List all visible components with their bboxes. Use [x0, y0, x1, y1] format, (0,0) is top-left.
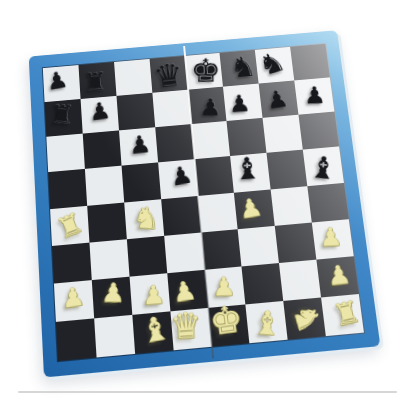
- piece-white-queen-d1: ♛: [170, 307, 203, 345]
- square-h3: ♟: [312, 219, 354, 260]
- square-a2: ♟: [54, 280, 94, 322]
- square-f7: ♟: [223, 84, 262, 122]
- piece-black-rook-a7: ♜: [49, 101, 76, 128]
- piece-black-pawn-e7: ♟: [199, 95, 221, 119]
- piece-black-pawn-a8: ♟: [45, 67, 70, 94]
- piece-white-pawn-b2: ♟: [101, 280, 125, 306]
- square-h4: [307, 182, 348, 222]
- square-d6: [155, 124, 194, 162]
- square-a5: [48, 169, 87, 208]
- square-g8: ♞: [255, 47, 294, 84]
- piece-white-pawn-e2: ♟: [212, 274, 236, 300]
- square-a6: [46, 134, 84, 173]
- piece-black-knight-g8: ♞: [254, 47, 288, 81]
- piece-black-pawn-c6: ♟: [128, 132, 152, 158]
- piece-white-pawn-d2: ♟: [171, 277, 198, 306]
- square-f8: ♞: [220, 50, 259, 87]
- square-c7: [116, 93, 155, 131]
- square-b3: [89, 239, 129, 280]
- piece-black-pawn-h7: ♟: [303, 83, 326, 107]
- square-e4: [198, 192, 238, 232]
- piece-white-bishop-c1: ♝: [138, 311, 172, 349]
- square-g1: ♞: [283, 297, 325, 339]
- square-b4: [87, 202, 127, 242]
- square-g7: ♟: [259, 81, 299, 118]
- square-a8: ♟: [43, 65, 81, 102]
- piece-black-pawn-f7: ♟: [227, 91, 251, 116]
- square-d8: ♛: [149, 56, 187, 93]
- chessboard-grid: ♟♜♛♚♞♞♜♟♟♟♟♟♟♟♝♝♜♞♟♟♟♟♟♟♟♟♝♛♚♝♞♜: [42, 43, 365, 362]
- square-h7: ♟: [294, 77, 334, 114]
- piece-black-king-e8: ♚: [191, 55, 221, 87]
- square-g2: [279, 259, 321, 300]
- piece-white-pawn-f4: ♟: [237, 194, 264, 222]
- piece-white-pawn-a2: ♟: [61, 283, 86, 312]
- piece-white-rook-h1: ♜: [330, 297, 363, 332]
- square-g4: [271, 186, 312, 226]
- square-c8: [114, 59, 152, 96]
- square-g6: [263, 115, 303, 153]
- piece-black-pawn-b7: ♟: [88, 98, 112, 124]
- piece-black-rook-b8: ♜: [83, 69, 108, 96]
- piece-white-bishop-f1: ♝: [252, 307, 282, 342]
- product-photo-stage: ♟♜♛♚♞♞♜♟♟♟♟♟♟♟♝♝♜♞♟♟♟♟♟♟♟♟♝♛♚♝♞♜: [0, 0, 416, 416]
- piece-white-rook-a4: ♜: [54, 208, 88, 244]
- square-c5: [121, 163, 160, 202]
- square-a4: ♜: [50, 205, 89, 245]
- page-divider-line: [18, 391, 397, 393]
- piece-black-bishop-f5: ♝: [232, 153, 262, 184]
- piece-white-pawn-h2: ♟: [325, 261, 351, 289]
- piece-white-knight-c4: ♞: [132, 202, 162, 234]
- square-h1: ♜: [321, 294, 364, 336]
- square-h2: ♟: [316, 256, 358, 297]
- square-a7: ♜: [45, 99, 83, 137]
- square-e7: ♟: [188, 87, 227, 125]
- square-h6: [299, 112, 339, 150]
- square-e3: [201, 229, 242, 270]
- piece-black-queen-d8: ♛: [152, 58, 186, 93]
- piece-black-pawn-g7: ♟: [264, 86, 290, 112]
- square-b5: [85, 166, 124, 205]
- square-f5: ♝: [230, 153, 270, 192]
- square-b7: ♟: [80, 96, 118, 134]
- piece-white-pawn-c2: ♟: [142, 282, 167, 310]
- square-h8: [290, 44, 330, 81]
- square-d3: [164, 232, 205, 273]
- square-d1: ♛: [170, 308, 212, 351]
- square-c6: ♟: [119, 128, 158, 167]
- square-e5: [194, 156, 234, 195]
- square-e6: [191, 121, 231, 159]
- square-c1: ♝: [132, 311, 173, 354]
- square-b6: [83, 131, 122, 170]
- piece-black-pawn-d5: ♟: [168, 162, 195, 190]
- square-e1: ♚: [208, 304, 250, 346]
- piece-black-knight-f8: ♞: [229, 52, 258, 81]
- piece-white-pawn-h3: ♟: [318, 224, 343, 250]
- square-a1: [56, 318, 97, 361]
- square-b1: [94, 315, 135, 358]
- square-e8: ♚: [185, 53, 224, 90]
- piece-white-king-e1: ♚: [208, 301, 246, 342]
- square-f4: ♟: [234, 189, 275, 229]
- square-f3: [238, 225, 279, 266]
- square-b2: ♟: [92, 276, 132, 318]
- square-h5: ♝: [303, 147, 344, 186]
- square-d5: ♟: [158, 160, 198, 199]
- square-d4: [161, 196, 201, 236]
- square-f1: ♝: [246, 301, 288, 343]
- square-d7: [152, 90, 191, 128]
- square-c3: [127, 236, 167, 277]
- piece-white-knight-g1: ♞: [288, 301, 326, 337]
- square-f2: [242, 263, 284, 305]
- square-g5: [267, 150, 308, 189]
- square-a3: [52, 242, 92, 283]
- piece-black-bishop-h5: ♝: [307, 152, 337, 185]
- square-c4: ♞: [124, 199, 164, 239]
- square-b8: ♜: [78, 62, 116, 99]
- chessboard: ♟♜♛♚♞♞♜♟♟♟♟♟♟♟♝♝♜♞♟♟♟♟♟♟♟♟♝♛♚♝♞♜: [29, 30, 381, 377]
- square-g3: [275, 222, 317, 263]
